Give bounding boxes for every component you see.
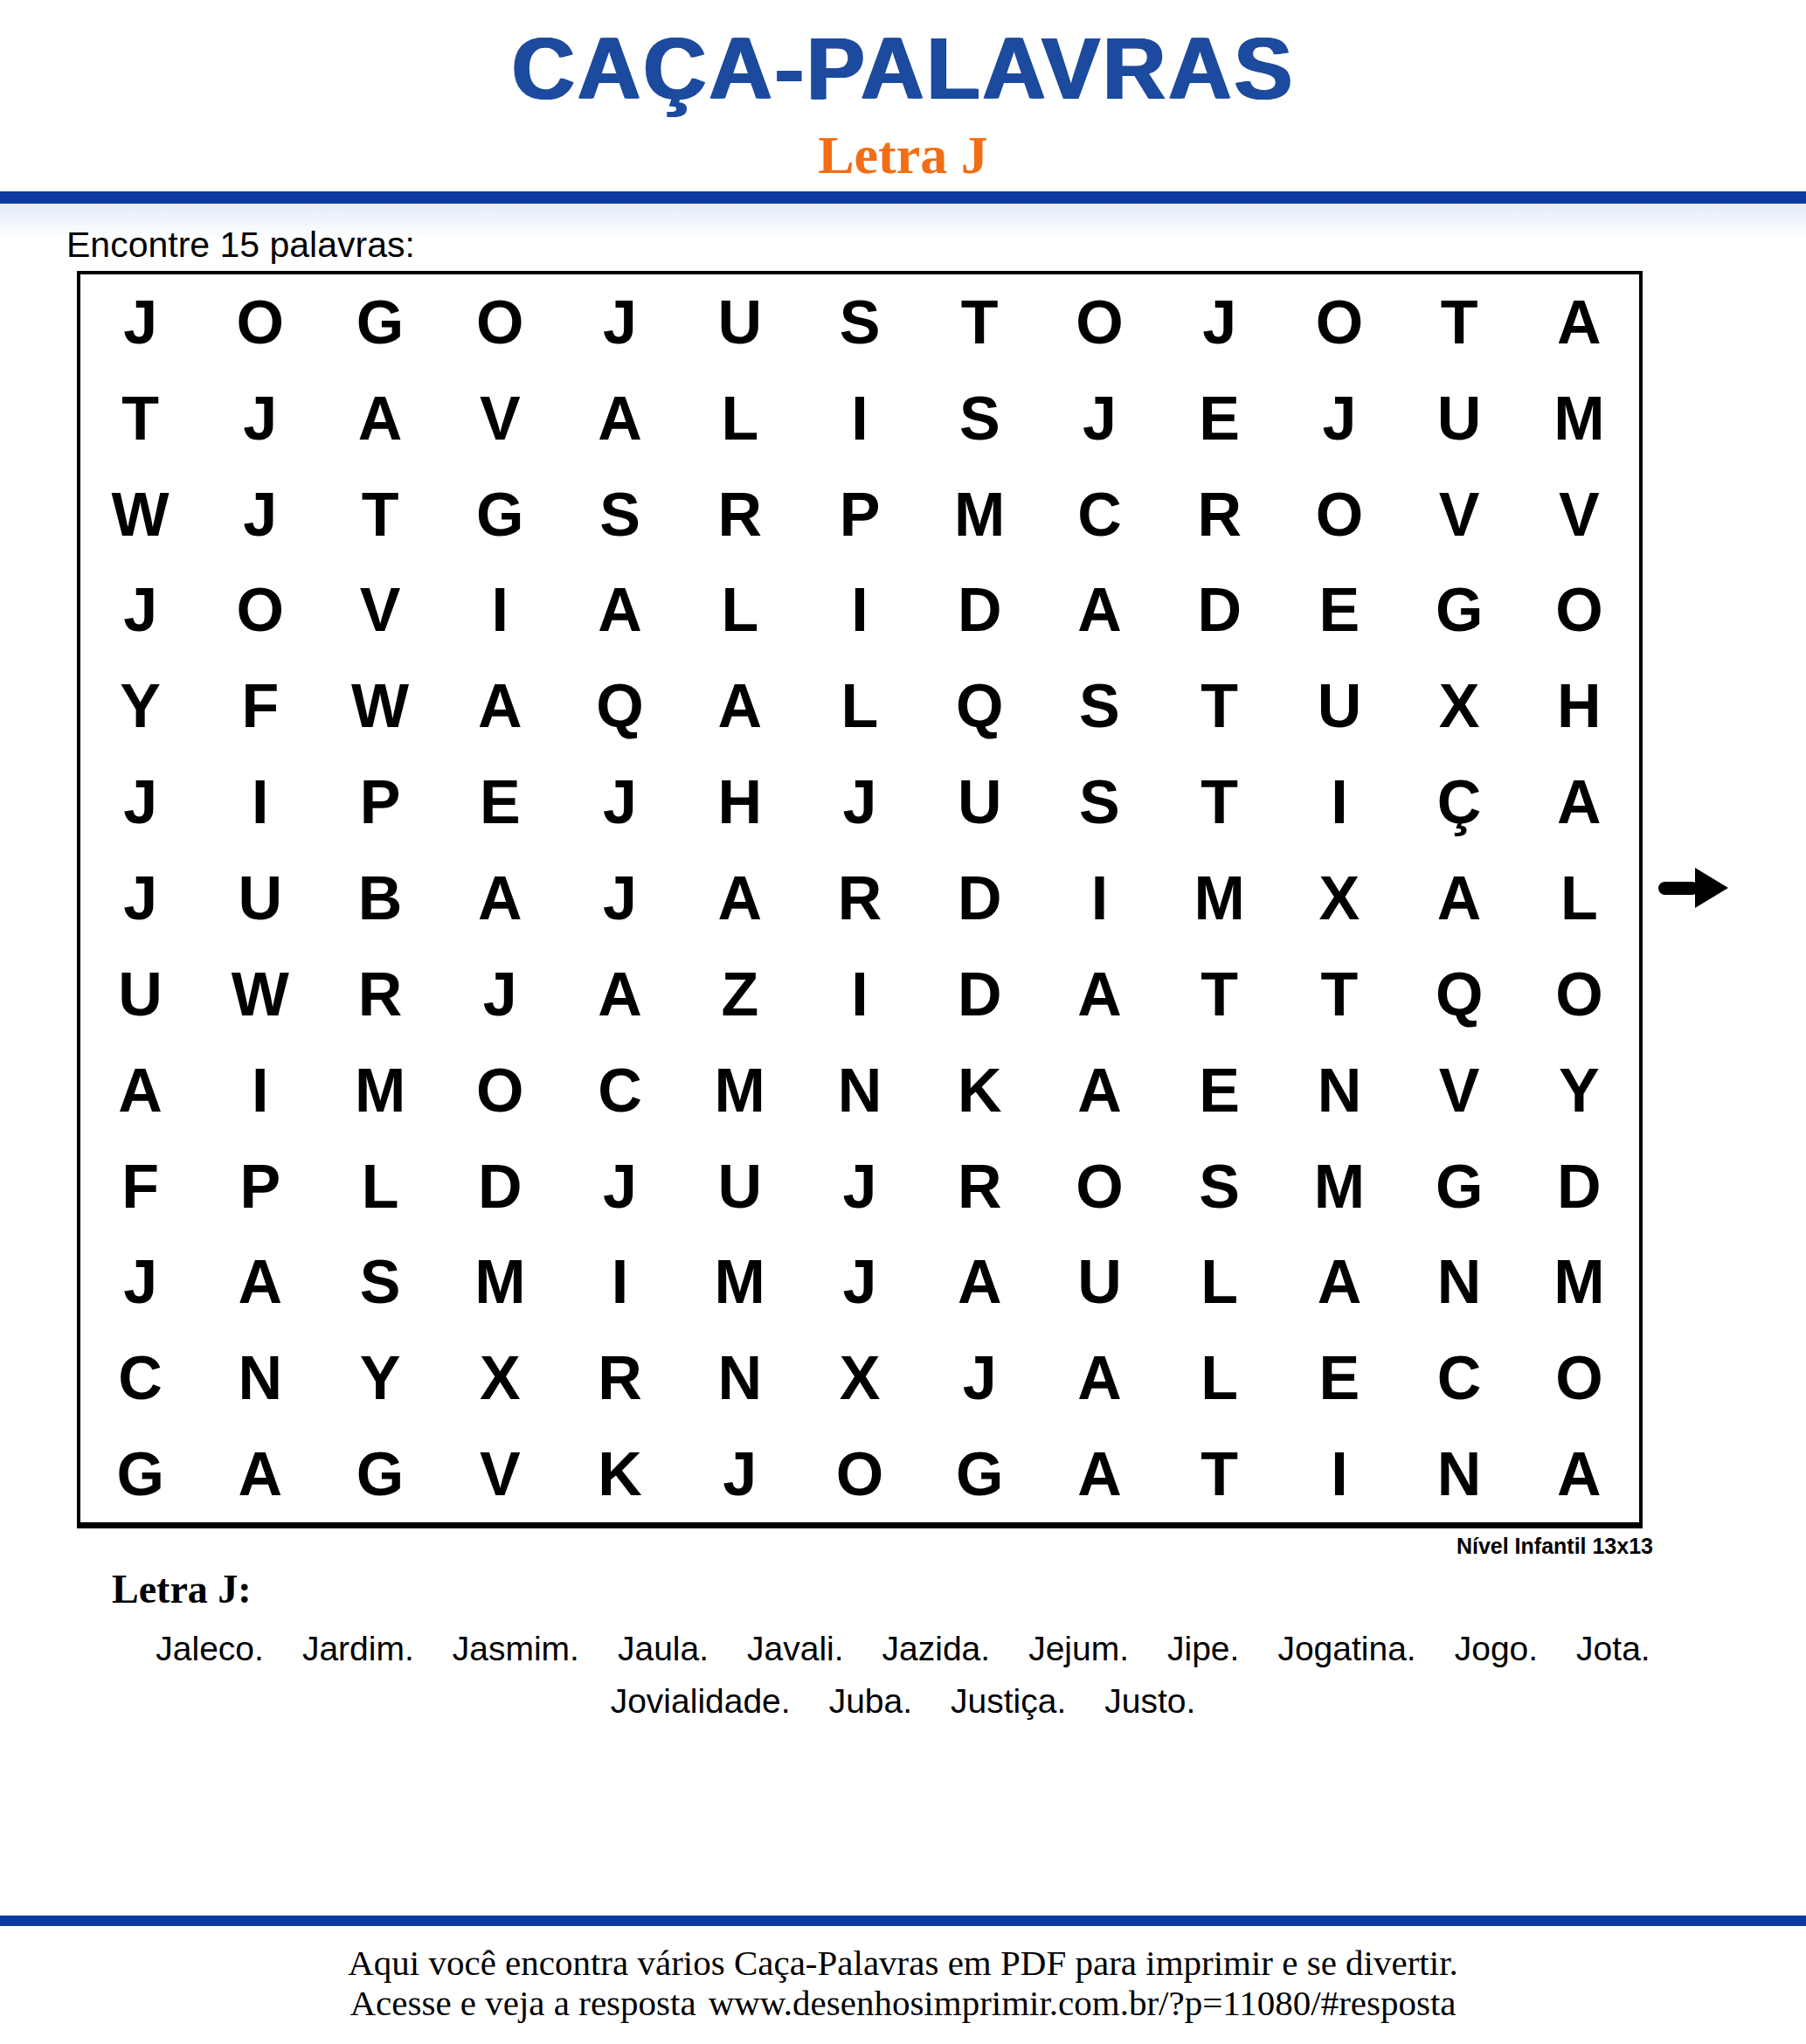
grid-cell-r10c5[interactable]: J [560,1139,680,1235]
grid-cell-r7c8[interactable]: D [920,850,1040,946]
grid-cell-r11c1[interactable]: J [80,1234,200,1330]
grid-cell-r5c9[interactable]: S [1040,658,1159,754]
footer-text-2: Acesse e veja a respostawww.desenhosimpr… [0,1984,1806,2023]
grid-cell-r12c1[interactable]: C [80,1330,200,1426]
word-item: Jazida. [882,1631,991,1668]
grid-cell-r2c6[interactable]: L [680,371,799,467]
grid-cell-r4c11[interactable]: E [1279,563,1399,659]
grid-cell-r4c10[interactable]: D [1159,563,1279,659]
grid-cell-r8c2[interactable]: W [200,946,320,1043]
page-subtitle: Letra J [0,128,1806,182]
grid-cell-r1c2[interactable]: O [200,274,320,371]
right-arrow-icon [1658,868,1728,908]
grid-cell-r3c9[interactable]: C [1040,467,1159,563]
grid-cell-r12c8[interactable]: J [920,1330,1040,1426]
word-item: Jogatina. [1277,1631,1415,1668]
grid-cell-r12c2[interactable]: N [200,1330,320,1426]
grid-cell-r7c4[interactable]: A [440,850,560,946]
grid-cell-r13c8[interactable]: G [920,1426,1040,1522]
page-title: CAÇA-PALAVRAS [0,24,1806,112]
grid-cell-r6c9[interactable]: S [1040,754,1159,850]
header-divider-bar [0,191,1806,204]
grid-cell-r5c11[interactable]: U [1279,658,1399,754]
grid-cell-r9c4[interactable]: O [440,1043,560,1139]
grid-cell-r2c2[interactable]: J [200,371,320,467]
grid-cell-r11c10[interactable]: L [1159,1234,1279,1330]
grid-cell-r3c5[interactable]: S [560,467,680,563]
grid-cell-r8c13[interactable]: O [1519,946,1639,1043]
instruction-label: Encontre 15 palavras: [66,225,415,265]
grid-cell-r7c12[interactable]: A [1400,850,1519,946]
grid-cell-r12c3[interactable]: Y [320,1330,439,1426]
grid-cell-r5c6[interactable]: A [680,658,799,754]
grid-cell-r1c13[interactable]: A [1519,274,1639,371]
grid-cell-r10c2[interactable]: P [200,1139,320,1235]
grid-cell-r13c4[interactable]: V [440,1426,560,1522]
grid-cell-r12c13[interactable]: O [1519,1330,1639,1426]
grid-cell-r6c2[interactable]: I [200,754,320,850]
grid-cell-r5c3[interactable]: W [320,658,439,754]
grid-cell-r3c4[interactable]: G [440,467,560,563]
grid-cell-r10c7[interactable]: J [799,1139,919,1235]
grid-cell-r6c10[interactable]: T [1159,754,1279,850]
grid-cell-r3c12[interactable]: V [1400,467,1519,563]
right-arrow-shaft [1658,882,1699,895]
grid-cell-r10c1[interactable]: F [80,1139,200,1235]
grid-cell-r2c8[interactable]: S [920,371,1040,467]
word-item: Jasmim. [453,1631,579,1668]
grid-cell-r8c10[interactable]: T [1159,946,1279,1043]
grid-cell-r6c3[interactable]: P [320,754,439,850]
grid-cell-r5c13[interactable]: H [1519,658,1639,754]
footer-url-link[interactable]: www.desenhosimprimir.com.br/?p=11080/#re… [709,1983,1457,2023]
grid-cell-r6c4[interactable]: E [440,754,560,850]
grid-cell-r13c6[interactable]: J [680,1426,799,1522]
word-item: Justiça. [951,1683,1066,1721]
grid-cell-r6c7[interactable]: J [799,754,919,850]
footer-text-1: Aqui você encontra vários Caça-Palavras … [0,1944,1806,1983]
grid-cell-r10c13[interactable]: D [1519,1139,1639,1235]
grid-cell-r5c10[interactable]: T [1159,658,1279,754]
grid-cell-r13c5[interactable]: K [560,1426,680,1522]
grid-cell-r6c6[interactable]: H [680,754,799,850]
footer-divider-bar [0,1916,1806,1926]
grid-cell-r11c8[interactable]: A [920,1234,1040,1330]
grid-cell-r2c11[interactable]: J [1279,371,1399,467]
grid-cell-r9c9[interactable]: A [1040,1043,1159,1139]
grid-cell-r2c4[interactable]: V [440,371,560,467]
grid-cell-r4c5[interactable]: A [560,563,680,659]
grid-cell-r7c2[interactable]: U [200,850,320,946]
grid-cell-r2c9[interactable]: J [1040,371,1159,467]
grid-cell-r11c7[interactable]: J [799,1234,919,1330]
grid-cell-r9c13[interactable]: Y [1519,1043,1639,1139]
grid-cell-r3c8[interactable]: M [920,467,1040,563]
grid-cell-r8c5[interactable]: A [560,946,680,1043]
grid-cell-r13c7[interactable]: O [799,1426,919,1522]
grid-cell-r1c4[interactable]: O [440,274,560,371]
grid-cell-r9c10[interactable]: E [1159,1043,1279,1139]
grid-cell-r11c3[interactable]: S [320,1234,439,1330]
grid-cell-r4c13[interactable]: O [1519,563,1639,659]
grid-cell-r1c8[interactable]: T [920,274,1040,371]
grid-cell-r8c11[interactable]: T [1279,946,1399,1043]
grid-cell-r1c3[interactable]: G [320,274,439,371]
grid-cell-r4c1[interactable]: J [80,563,200,659]
word-item: Jaleco. [156,1631,264,1668]
grid-cell-r7c9[interactable]: I [1040,850,1159,946]
grid-cell-r7c3[interactable]: B [320,850,439,946]
grid-cell-r3c13[interactable]: V [1519,467,1639,563]
grid-cell-r12c12[interactable]: C [1400,1330,1519,1426]
grid-cell-r4c6[interactable]: L [680,563,799,659]
grid-cell-r3c6[interactable]: R [680,467,799,563]
grid-cell-r11c5[interactable]: I [560,1234,680,1330]
grid-cell-r6c12[interactable]: Ç [1400,754,1519,850]
word-item: Juba. [829,1683,912,1721]
grid-cell-r2c13[interactable]: M [1519,371,1639,467]
grid-cell-r5c4[interactable]: A [440,658,560,754]
grid-cell-r12c10[interactable]: L [1159,1330,1279,1426]
grid-cell-r4c12[interactable]: G [1400,563,1519,659]
grid-cell-r8c6[interactable]: Z [680,946,799,1043]
grid-cell-r4c2[interactable]: O [200,563,320,659]
grid-size-label: Nível Infantil 13x13 [1457,1535,1653,1557]
grid-cell-r9c11[interactable]: N [1279,1043,1399,1139]
grid-cell-r13c2[interactable]: A [200,1426,320,1522]
right-arrow-head [1695,868,1728,908]
grid-cell-r7c5[interactable]: J [560,850,680,946]
grid-cell-r1c6[interactable]: U [680,274,799,371]
grid-cell-r6c5[interactable]: J [560,754,680,850]
grid-cell-r3c11[interactable]: O [1279,467,1399,563]
grid-cell-r13c1[interactable]: G [80,1426,200,1522]
grid-cell-r7c1[interactable]: J [80,850,200,946]
grid-cell-r11c2[interactable]: A [200,1234,320,1330]
word-list-line-1: Jaleco.Jardim.Jasmim.Jaula.Javali.Jazida… [0,1631,1806,1668]
grid-cell-r5c12[interactable]: X [1400,658,1519,754]
grid-cell-r13c3[interactable]: G [320,1426,439,1522]
grid-cell-r10c3[interactable]: L [320,1139,439,1235]
grid-cell-r9c12[interactable]: V [1400,1043,1519,1139]
grid-cell-r1c12[interactable]: T [1400,274,1519,371]
grid-cell-r10c9[interactable]: O [1040,1139,1159,1235]
grid-cell-r4c8[interactable]: D [920,563,1040,659]
grid-cell-r5c5[interactable]: Q [560,658,680,754]
grid-cell-r11c13[interactable]: M [1519,1234,1639,1330]
grid-cell-r12c9[interactable]: A [1040,1330,1159,1426]
grid-cell-r13c10[interactable]: T [1159,1426,1279,1522]
grid-cell-r3c1[interactable]: W [80,467,200,563]
word-item: Jaula. [618,1631,709,1668]
grid-cell-r3c7[interactable]: P [799,467,919,563]
grid-cell-r13c9[interactable]: A [1040,1426,1159,1522]
grid-cell-r1c5[interactable]: J [560,274,680,371]
grid-cell-r7c10[interactable]: M [1159,850,1279,946]
grid-cell-r10c8[interactable]: R [920,1139,1040,1235]
word-item: Jota. [1576,1631,1650,1668]
grid-cell-r10c10[interactable]: S [1159,1139,1279,1235]
grid-cell-r4c3[interactable]: V [320,563,439,659]
grid-cell-r1c10[interactable]: J [1159,274,1279,371]
grid-cell-r9c8[interactable]: K [920,1043,1040,1139]
grid-cell-r2c1[interactable]: T [80,371,200,467]
grid-cell-r2c7[interactable]: I [799,371,919,467]
grid-cell-r5c7[interactable]: L [799,658,919,754]
grid-cell-r8c1[interactable]: U [80,946,200,1043]
grid-cell-r9c3[interactable]: M [320,1043,439,1139]
grid-cell-r3c2[interactable]: J [200,467,320,563]
word-item: Justo. [1104,1683,1195,1721]
grid-cell-r10c4[interactable]: D [440,1139,560,1235]
word-list-line-2: Jovialidade.Juba.Justiça.Justo. [0,1683,1806,1721]
grid-cell-r11c12[interactable]: N [1400,1234,1519,1330]
grid-cell-r2c3[interactable]: A [320,371,439,467]
grid-cell-r2c10[interactable]: E [1159,371,1279,467]
grid-cell-r9c1[interactable]: A [80,1043,200,1139]
grid-cell-r8c7[interactable]: I [799,946,919,1043]
grid-cell-r8c12[interactable]: Q [1400,946,1519,1043]
grid-cell-r4c7[interactable]: I [799,563,919,659]
grid-cell-r7c11[interactable]: X [1279,850,1399,946]
grid-cell-r11c9[interactable]: U [1040,1234,1159,1330]
grid-cell-r3c3[interactable]: T [320,467,439,563]
grid-cell-r7c6[interactable]: A [680,850,799,946]
grid-cell-r5c8[interactable]: Q [920,658,1040,754]
grid-cell-r12c4[interactable]: X [440,1330,560,1426]
grid-cell-r2c12[interactable]: U [1400,371,1519,467]
grid-cell-r6c13[interactable]: A [1519,754,1639,850]
grid-cell-r9c6[interactable]: M [680,1043,799,1139]
grid-cell-r6c1[interactable]: J [80,754,200,850]
grid-cell-r7c13[interactable]: L [1519,850,1639,946]
grid-cell-r12c5[interactable]: R [560,1330,680,1426]
word-grid: JOGOJUSTOJOTATJAVALISJEJUMWJTGSRPMCROVVJ… [77,271,1643,1528]
grid-cell-r6c11[interactable]: I [1279,754,1399,850]
word-item: Jovialidade. [611,1683,791,1721]
grid-cell-r11c4[interactable]: M [440,1234,560,1330]
grid-cell-r5c1[interactable]: Y [80,658,200,754]
grid-cell-r11c11[interactable]: A [1279,1234,1399,1330]
grid-cell-r1c7[interactable]: S [799,274,919,371]
grid-cell-r10c12[interactable]: G [1400,1139,1519,1235]
word-item: Jejum. [1028,1631,1129,1668]
grid-cell-r6c8[interactable]: U [920,754,1040,850]
word-item: Jipe. [1167,1631,1239,1668]
grid-cell-r9c7[interactable]: N [799,1043,919,1139]
grid-cell-r4c9[interactable]: A [1040,563,1159,659]
grid-cell-r2c5[interactable]: A [560,371,680,467]
grid-cell-r9c2[interactable]: I [200,1043,320,1139]
grid-cell-r4c4[interactable]: I [440,563,560,659]
grid-cell-r10c11[interactable]: M [1279,1139,1399,1235]
footer-cta: Acesse e veja a resposta [349,1983,695,2023]
grid-cell-r7c7[interactable]: R [799,850,919,946]
grid-cell-r12c11[interactable]: E [1279,1330,1399,1426]
grid-cell-r12c6[interactable]: N [680,1330,799,1426]
word-item: Jardim. [302,1631,414,1668]
grid-cell-r13c12[interactable]: N [1400,1426,1519,1522]
word-item: Jogo. [1455,1631,1538,1668]
grid-cell-r8c9[interactable]: A [1040,946,1159,1043]
grid-cell-r13c13[interactable]: A [1519,1426,1639,1522]
grid-cell-r5c2[interactable]: F [200,658,320,754]
grid-cell-r11c6[interactable]: M [680,1234,799,1330]
grid-cell-r8c4[interactable]: J [440,946,560,1043]
grid-cell-r3c10[interactable]: R [1159,467,1279,563]
grid-cell-r8c3[interactable]: R [320,946,439,1043]
grid-cell-r10c6[interactable]: U [680,1139,799,1235]
grid-cell-r1c9[interactable]: O [1040,274,1159,371]
word-list-heading: Letra J: [112,1569,252,1610]
grid-cell-r12c7[interactable]: X [799,1330,919,1426]
word-item: Javali. [747,1631,844,1668]
grid-cell-r13c11[interactable]: I [1279,1426,1399,1522]
grid-cell-r8c8[interactable]: D [920,946,1040,1043]
grid-cell-r1c11[interactable]: O [1279,274,1399,371]
grid-cell-r1c1[interactable]: J [80,274,200,371]
grid-cell-r9c5[interactable]: C [560,1043,680,1139]
